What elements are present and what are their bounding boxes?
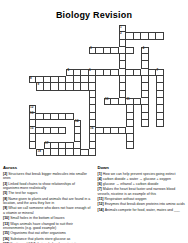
grid-gap [36,25,44,32]
clue-across-13: [13] Ways animals have changed to suit t… [3,222,91,231]
grid-cell[interactable]: 14 [74,120,82,127]
grid-cell[interactable] [141,98,149,105]
grid-cell[interactable] [96,47,104,54]
grid-gap [89,54,97,61]
grid-gap [51,98,59,105]
grid-gap [126,149,134,156]
grid-cell[interactable] [66,83,74,90]
grid-gap [81,61,89,68]
grid-cell[interactable] [119,47,127,54]
grid-gap [44,120,52,127]
grid-cell[interactable] [29,134,37,141]
grid-cell[interactable] [141,105,149,112]
grid-gap [29,91,37,98]
grid-cell[interactable]: 15 [29,127,37,134]
grid-gap [156,25,164,32]
grid-cell[interactable]: 13 [29,113,37,120]
grid-cell[interactable] [59,142,67,149]
grid-gap [104,76,112,83]
grid-gap [36,142,44,149]
grid-gap [74,54,82,61]
grid-gap [96,54,104,61]
clue-text: What we call someone who does not have e… [3,206,90,215]
grid-cell[interactable] [156,98,164,105]
grid-cell[interactable]: 4 [141,47,149,54]
grid-cell[interactable]: 16 [89,127,97,134]
clue-number: 17 [45,142,48,146]
grid-gap [36,47,44,54]
grid-gap [36,105,44,112]
clue-text: Structures that break bigger molecules i… [3,172,87,181]
grid-cell[interactable] [119,83,127,90]
grid-cell[interactable] [51,76,59,83]
grid-cell[interactable] [96,69,104,76]
grid-cell[interactable] [156,32,164,39]
grid-gap [119,142,127,149]
grid-gap [51,25,59,32]
grid-cell[interactable] [51,113,59,120]
grid-cell[interactable] [89,134,97,141]
clue-across-10: [10] Small holes in the bottom of leaves [3,216,91,221]
grid-gap [66,105,74,112]
grid-gap [104,61,112,68]
grid-cell[interactable] [51,142,59,149]
grid-cell[interactable] [126,127,134,134]
grid-gap [149,105,157,112]
grid-gap [156,142,164,149]
grid-cell[interactable] [126,113,134,120]
grid-gap [134,83,142,90]
grid-gap [141,134,149,141]
grid-cell[interactable] [81,76,89,83]
grid-cell[interactable] [119,91,127,98]
grid-cell[interactable] [141,32,149,39]
grid-cell[interactable] [89,113,97,120]
grid-cell[interactable]: 3 [89,47,97,54]
grid-gap [44,32,52,39]
grid-gap [96,91,104,98]
clue-down-1: [1] How we can help prevent species goin… [98,172,186,177]
across-list: [2] Structures that break bigger molecul… [3,172,91,243]
grid-gap [96,105,104,112]
grid-cell[interactable] [59,76,67,83]
grid-gap [44,69,52,76]
grid-cell[interactable] [89,83,97,90]
clue-text: The test for sugars [8,191,37,195]
grid-gap [134,25,142,32]
clue-down-14: [14] Animals compete for food, water, ma… [98,208,186,213]
grid-cell[interactable] [126,134,134,141]
grid-gap [66,32,74,39]
grid-cell[interactable] [81,69,89,76]
grid-cell[interactable] [74,149,82,156]
grid-cell[interactable] [59,149,67,156]
clue-number: 2 [120,32,122,36]
grid-cell[interactable] [74,83,82,90]
grid-cell[interactable] [36,127,44,134]
grid-gap [119,120,127,127]
grid-gap [36,54,44,61]
grid-gap [96,25,104,32]
grid-gap [111,32,119,39]
grid-gap [134,120,142,127]
grid-cell[interactable] [141,54,149,61]
grid-cell[interactable] [104,47,112,54]
grid-cell[interactable] [119,54,127,61]
grid-cell[interactable] [89,142,97,149]
grid-cell[interactable] [119,127,127,134]
grid-gap [29,47,37,54]
grid-gap [126,40,134,47]
grid-gap [59,47,67,54]
grid-cell[interactable]: 11 [126,98,134,105]
clue-text: carbon dioxide + water → glucose + oxyge… [103,177,171,181]
grid-cell[interactable]: 8 [29,76,37,83]
grid-gap [134,134,142,141]
grid-gap [59,134,67,141]
grid-gap [81,54,89,61]
grid-cell[interactable]: 6 [89,69,97,76]
grid-gap [134,142,142,149]
grid-gap [134,113,142,120]
grid-gap [149,98,157,105]
grid-gap [29,32,37,39]
clue-number: 5 [68,69,70,73]
grid-gap [149,142,157,149]
grid-cell[interactable] [156,113,164,120]
grid-cell[interactable] [141,120,149,127]
grid-gap [29,25,37,32]
grid-gap [104,142,112,149]
puzzle-title: Biology Revision [0,10,188,20]
grid-gap [111,149,119,156]
grid-gap [74,98,82,105]
grid-cell[interactable]: 17 [44,142,52,149]
grid-cell[interactable]: 2 [119,32,127,39]
grid-gap [81,105,89,112]
grid-cell[interactable] [89,105,97,112]
clue-number: 4 [143,47,145,51]
grid-cell[interactable] [141,61,149,68]
grid-gap [51,32,59,39]
grid-gap [81,127,89,134]
grid-cell[interactable] [141,83,149,90]
grid-cell[interactable] [134,32,142,39]
grid-cell[interactable]: 18 [36,149,44,156]
grid-gap [96,120,104,127]
grid-cell[interactable] [89,76,97,83]
grid-gap [44,54,52,61]
grid-gap [111,142,119,149]
grid-gap [111,83,119,90]
grid-gap [81,120,89,127]
grid-cell[interactable] [119,40,127,47]
grid-gap [44,91,52,98]
grid-cell[interactable] [44,83,52,90]
grid-cell[interactable] [156,105,164,112]
grid-gap [29,54,37,61]
grid-gap [104,83,112,90]
grid-gap [44,47,52,54]
grid-cell[interactable] [96,127,104,134]
grid-gap [111,76,119,83]
grid-cell[interactable] [59,127,67,134]
grid-gap [119,149,127,156]
clue-number: 3 [90,47,92,51]
grid-gap [96,134,104,141]
clue-across-9: [9] What we call someone who does not ha… [3,206,91,215]
grid-gap [126,25,134,32]
grid-cell[interactable] [111,127,119,134]
clue-number: 12 [30,106,33,110]
grid-gap [74,32,82,39]
grid-cell[interactable] [74,142,82,149]
grid-cell[interactable] [134,69,142,76]
grid-gap [81,134,89,141]
grid-gap [51,91,59,98]
grid-gap [149,25,157,32]
grid-cell[interactable] [126,32,134,39]
grid-gap [36,134,44,141]
grid-gap [96,32,104,39]
grid-gap [111,61,119,68]
grid-cell[interactable] [51,149,59,156]
grid-gap [44,105,52,112]
grid-cell[interactable] [66,142,74,149]
clue-number: 11 [127,98,130,102]
grid-gap [119,134,127,141]
grid-gap [59,25,67,32]
grid-cell[interactable] [81,149,89,156]
grid-cell[interactable] [66,149,74,156]
grid-gap [51,40,59,47]
grid-cell[interactable] [36,113,44,120]
grid-cell[interactable] [44,149,52,156]
grid-gap [134,105,142,112]
grid-gap [59,91,67,98]
grid-gap [149,91,157,98]
grid-gap [51,47,59,54]
grid-cell[interactable]: 7 [156,69,164,76]
grid-gap [96,98,104,105]
clue-down-6: [6] glucose → ethanol + carbon dioxide [98,182,186,187]
grid-gap [59,69,67,76]
grid-gap [104,134,112,141]
grid-cell[interactable] [156,76,164,83]
grid-gap [149,127,157,134]
clue-across-16: [16] Substance that plants store glucose… [3,237,91,242]
grid-cell[interactable] [141,91,149,98]
grid-gap [59,54,67,61]
across-heading: Across [3,165,91,170]
clue-number: 1 [120,26,122,30]
clue-number-label: [14] [98,208,105,212]
grid-gap [44,61,52,68]
grid-cell[interactable] [149,32,157,39]
clue-across-8: [8] Name given to plants and animals tha… [3,197,91,206]
clue-text: Respiration without oxygen [105,197,147,201]
grid-gap [111,120,119,127]
grid-gap [66,25,74,32]
grid-gap [156,127,164,134]
grid-cell[interactable] [111,98,119,105]
grid-gap [111,25,119,32]
grid-gap [104,32,112,39]
grid-gap [134,76,142,83]
grid-gap [134,91,142,98]
grid-gap [119,105,127,112]
grid-cell[interactable] [66,76,74,83]
grid-cell[interactable] [74,127,82,134]
grid-cell[interactable] [44,113,52,120]
grid-cell[interactable] [156,83,164,90]
grid-gap [66,47,74,54]
grid-cell[interactable] [89,98,97,105]
grid-cell[interactable] [134,98,142,105]
clue-number: 14 [75,120,78,124]
clue-down-12: [12] Enzymes that break down proteins in… [98,202,186,207]
grid-cell[interactable] [81,83,89,90]
grid-gap [59,120,67,127]
down-heading: Down [98,165,186,170]
grid-gap [141,142,149,149]
grid-cell[interactable] [119,69,127,76]
clue-number: 10 [105,98,108,102]
grid-cell[interactable] [111,47,119,54]
grid-cell[interactable] [126,105,134,112]
clue-across-15: [15] Organisms that eat other organisms [3,231,91,236]
grid-cell[interactable] [89,149,97,156]
grid-gap [66,54,74,61]
grid-cell[interactable] [141,113,149,120]
grid-gap [134,47,142,54]
grid-gap [59,40,67,47]
grid-gap [44,98,52,105]
clue-number: 16 [90,127,93,131]
grid-gap [59,105,67,112]
grid-gap [81,25,89,32]
clue-text: Small holes in the bottom of leaves [10,216,64,220]
grid-cell[interactable] [74,69,82,76]
clue-number: 7 [157,69,159,73]
grid-cell[interactable] [126,142,134,149]
grid-gap [104,25,112,32]
grid-cell[interactable] [104,127,112,134]
grid-gap [111,91,119,98]
grid-cell[interactable] [126,120,134,127]
grid-gap [111,105,119,112]
grid-gap [156,134,164,141]
grid-gap [74,25,82,32]
grid-gap [134,149,142,156]
clue-down-4: [4] carbon dioxide + water → glucose + o… [98,177,186,182]
grid-gap [149,54,157,61]
grid-gap [74,40,82,47]
grid-gap [29,69,37,76]
grid-cell[interactable] [149,69,157,76]
clue-section: Across [2] Structures that break bigger … [0,165,188,243]
grid-gap [81,32,89,39]
grid-cell[interactable] [74,76,82,83]
grid-cell[interactable] [119,76,127,83]
grid-gap [156,54,164,61]
grid-gap [96,40,104,47]
grid-gap [126,61,134,68]
grid-gap [36,40,44,47]
grid-cell[interactable] [29,142,37,149]
clue-number: 8 [30,77,32,81]
grid-gap [36,120,44,127]
grid-cell[interactable] [156,91,164,98]
grid-cell[interactable] [59,113,67,120]
grid-gap [96,76,104,83]
grid-gap [29,61,37,68]
grid-cell[interactable] [104,69,112,76]
grid-gap [89,25,97,32]
grid-cell[interactable] [51,83,59,90]
clue-down-11: [11] Respiration without oxygen [98,197,186,202]
grid-gap [141,127,149,134]
clue-text: Substance that plants store glucose as [10,237,70,241]
grid-cell[interactable] [111,69,119,76]
clue-number: 13 [30,112,33,116]
grid-gap [149,40,157,47]
grid-cell[interactable] [89,91,97,98]
grid-cell[interactable] [74,134,82,141]
grid-cell[interactable] [126,69,134,76]
grid-gap [59,98,67,105]
grid-gap [74,47,82,54]
grid-cell[interactable] [119,61,127,68]
grid-cell[interactable] [156,120,164,127]
crossword-grid[interactable]: 123456789101112131415161718 [29,25,164,156]
clue-across-3: [3] Linked food chains to show relations… [3,182,91,191]
grid-gap [104,40,112,47]
grid-cell[interactable]: 9 [36,83,44,90]
grid-gap [59,61,67,68]
clue-text: Animals compete for food, water, mates a… [105,208,180,212]
grid-gap [51,54,59,61]
grid-gap [134,61,142,68]
grid-gap [51,61,59,68]
grid-gap [141,25,149,32]
grid-cell[interactable] [66,113,74,120]
grid-gap [111,134,119,141]
grid-cell[interactable] [44,76,52,83]
grid-cell[interactable] [59,83,67,90]
grid-cell[interactable]: 5 [66,69,74,76]
grid-gap [156,47,164,54]
grid-gap [66,40,74,47]
grid-gap [81,113,89,120]
grid-gap [134,54,142,61]
grid-cell[interactable] [119,98,127,105]
grid-cell[interactable] [141,76,149,83]
grid-gap [149,149,157,156]
grid-gap [29,83,37,90]
grid-cell[interactable] [51,127,59,134]
grid-gap [119,113,127,120]
grid-cell[interactable] [44,127,52,134]
grid-cell[interactable] [141,69,149,76]
grid-cell[interactable] [126,47,134,54]
grid-gap [44,25,52,32]
grid-gap [66,134,74,141]
clue-number-label: [12] [98,202,105,206]
grid-gap [81,40,89,47]
grid-cell[interactable]: 10 [104,98,112,105]
grid-gap [111,113,119,120]
